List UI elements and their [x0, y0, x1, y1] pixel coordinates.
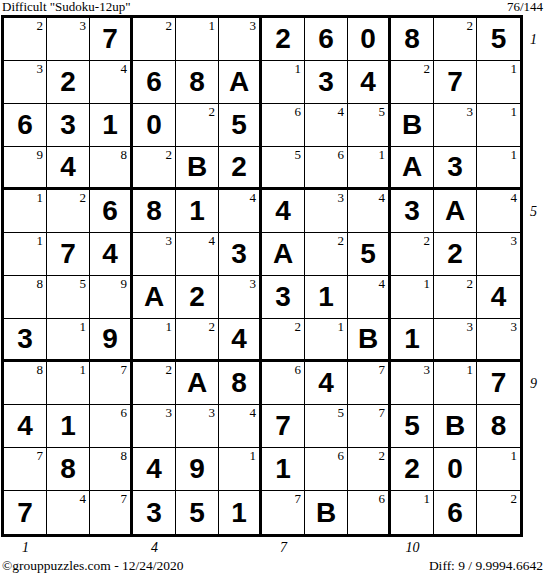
- given-digit: 4: [90, 233, 130, 275]
- given-digit: 3: [133, 491, 175, 534]
- pencil-mark: 3: [467, 105, 474, 118]
- cell-r7c2[interactable]: 5: [47, 276, 90, 319]
- given-digit: A: [219, 61, 259, 103]
- board-area: 23721326082532468A134271631025645B319482…: [1, 15, 544, 575]
- pencil-mark: 2: [379, 449, 386, 462]
- pencil-mark: 8: [121, 148, 128, 161]
- cell-r9c5[interactable]: A: [176, 362, 219, 405]
- cell-r10c7[interactable]: 7: [262, 405, 305, 448]
- given-digit: 4: [348, 61, 388, 103]
- cell-r7c5[interactable]: 2: [176, 276, 219, 319]
- cell-r6c10[interactable]: 2: [391, 233, 434, 276]
- cell-r6c8[interactable]: 2: [305, 233, 348, 276]
- cell-r6c1[interactable]: 1: [4, 233, 47, 276]
- given-digit: B: [176, 147, 218, 187]
- cell-r9c10[interactable]: 3: [391, 362, 434, 405]
- puzzle-page: { "game": "Sudoku-12up (12x12 sudoku usi…: [0, 0, 545, 578]
- pencil-mark: 3: [338, 191, 345, 204]
- given-digit: 6: [434, 491, 476, 534]
- title-bar: Difficult "Sudoku-12up" 76/144: [2, 0, 543, 14]
- cell-r8c8[interactable]: 1: [305, 319, 348, 362]
- pencil-mark: 1: [379, 148, 386, 161]
- cell-r5c4[interactable]: 8: [133, 190, 176, 233]
- sudoku-board: 23721326082532468A134271631025645B319482…: [1, 15, 523, 537]
- pencil-mark: 6: [338, 449, 345, 462]
- cell-r7c9[interactable]: 4: [348, 276, 391, 319]
- pencil-mark: 9: [37, 148, 44, 161]
- cell-r2c12[interactable]: 1: [477, 61, 520, 104]
- pencil-mark: 2: [424, 234, 431, 247]
- cell-r3c7[interactable]: 6: [262, 104, 305, 147]
- pencil-mark: 6: [379, 492, 386, 505]
- cell-r8c2[interactable]: 1: [47, 319, 90, 362]
- cell-r9c7[interactable]: 6: [262, 362, 305, 405]
- cell-r1c7[interactable]: 2: [262, 18, 305, 61]
- cell-r9c3[interactable]: 7: [90, 362, 133, 405]
- pencil-mark: 2: [209, 105, 216, 118]
- cell-r7c4[interactable]: A: [133, 276, 176, 319]
- cell-r12c6[interactable]: 1: [219, 491, 262, 534]
- cell-r11c1[interactable]: 7: [4, 448, 47, 491]
- given-digit: 6: [133, 61, 175, 103]
- pencil-mark: 1: [467, 363, 474, 376]
- pencil-mark: 2: [166, 363, 173, 376]
- given-digit: 6: [4, 104, 46, 146]
- given-digit: 2: [219, 147, 259, 187]
- cell-r6c12[interactable]: 3: [477, 233, 520, 276]
- cell-r5c7[interactable]: 4: [262, 190, 305, 233]
- cell-r7c11[interactable]: 2: [434, 276, 477, 319]
- cell-r5c2[interactable]: 2: [47, 190, 90, 233]
- cell-r8c3[interactable]: 9: [90, 319, 133, 362]
- cell-r6c4[interactable]: 3: [133, 233, 176, 276]
- cell-r11c2[interactable]: 8: [47, 448, 90, 491]
- cell-r5c6[interactable]: 4: [219, 190, 262, 233]
- given-digit: 8: [133, 190, 175, 232]
- cell-r6c6[interactable]: 3: [219, 233, 262, 276]
- row-label-5: 5: [530, 204, 545, 220]
- given-digit: 4: [305, 362, 347, 404]
- given-digit: 8: [391, 18, 433, 60]
- given-digit: 0: [133, 104, 175, 146]
- given-digit: 7: [90, 18, 130, 60]
- puzzle-title: Difficult "Sudoku-12up": [2, 0, 130, 14]
- given-digit: 3: [262, 276, 304, 318]
- pencil-mark: 4: [209, 234, 216, 247]
- pencil-mark: 2: [209, 320, 216, 333]
- pencil-mark: 1: [166, 320, 173, 333]
- given-digit: 1: [90, 104, 130, 146]
- cell-r4c10[interactable]: A: [391, 147, 434, 190]
- pencil-mark: 8: [121, 449, 128, 462]
- given-digit: A: [391, 147, 433, 187]
- given-digit: 4: [133, 448, 175, 490]
- cell-r7c6[interactable]: 3: [219, 276, 262, 319]
- cell-r12c2[interactable]: 4: [47, 491, 90, 534]
- pencil-mark: 3: [209, 406, 216, 419]
- cell-r12c3[interactable]: 7: [90, 491, 133, 534]
- cell-r2c5[interactable]: 8: [176, 61, 219, 104]
- cell-r5c12[interactable]: 4: [477, 190, 520, 233]
- cell-r8c6[interactable]: 4: [219, 319, 262, 362]
- cell-r4c9[interactable]: 1: [348, 147, 391, 190]
- cell-r3c1[interactable]: 6: [4, 104, 47, 147]
- cell-r5c5[interactable]: 1: [176, 190, 219, 233]
- cell-r4c8[interactable]: 6: [305, 147, 348, 190]
- cell-r3c4[interactable]: 0: [133, 104, 176, 147]
- cell-r12c9[interactable]: 6: [348, 491, 391, 534]
- cell-r11c6[interactable]: 1: [219, 448, 262, 491]
- given-digit: 1: [262, 448, 304, 490]
- given-digit: 9: [90, 319, 130, 359]
- given-digit: 2: [176, 276, 218, 318]
- pencil-mark: 7: [379, 363, 386, 376]
- pencil-mark: 5: [379, 105, 386, 118]
- cell-r5c9[interactable]: 4: [348, 190, 391, 233]
- cell-r6c3[interactable]: 4: [90, 233, 133, 276]
- given-digit: 1: [47, 405, 89, 447]
- cell-r7c8[interactable]: 1: [305, 276, 348, 319]
- cell-r7c12[interactable]: 4: [477, 276, 520, 319]
- given-digit: B: [391, 104, 433, 146]
- cell-r4c5[interactable]: B: [176, 147, 219, 190]
- given-digit: 5: [477, 18, 520, 60]
- cell-r2c11[interactable]: 7: [434, 61, 477, 104]
- cell-r1c1[interactable]: 2: [4, 18, 47, 61]
- pencil-mark: 1: [209, 19, 216, 32]
- pencil-mark: 1: [37, 191, 44, 204]
- pencil-mark: 7: [295, 492, 302, 505]
- cell-r2c3[interactable]: 4: [90, 61, 133, 104]
- pencil-mark: 6: [338, 148, 345, 161]
- pencil-mark: 1: [511, 105, 518, 118]
- cell-r1c2[interactable]: 3: [47, 18, 90, 61]
- pencil-mark: 6: [295, 363, 302, 376]
- pencil-mark: 7: [37, 449, 44, 462]
- pencil-mark: 3: [424, 363, 431, 376]
- cell-r1c8[interactable]: 6: [305, 18, 348, 61]
- given-digit: 3: [219, 233, 259, 275]
- cell-r6c11[interactable]: 2: [434, 233, 477, 276]
- pencil-mark: 8: [37, 363, 44, 376]
- cell-r2c2[interactable]: 2: [47, 61, 90, 104]
- cell-counter: 76/144: [507, 0, 543, 14]
- given-digit: 3: [47, 104, 89, 146]
- given-digit: 5: [348, 233, 388, 275]
- pencil-mark: 1: [511, 449, 518, 462]
- pencil-mark: 4: [379, 277, 386, 290]
- pencil-mark: 3: [80, 19, 87, 32]
- given-digit: 4: [4, 405, 46, 447]
- pencil-mark: 2: [80, 191, 87, 204]
- pencil-mark: 2: [424, 62, 431, 75]
- pencil-mark: 2: [511, 492, 518, 505]
- pencil-mark: 2: [166, 148, 173, 161]
- given-digit: 5: [176, 491, 218, 534]
- pencil-mark: 1: [511, 62, 518, 75]
- given-digit: 4: [47, 147, 89, 187]
- cell-r8c1[interactable]: 3: [4, 319, 47, 362]
- cell-r8c5[interactable]: 2: [176, 319, 219, 362]
- cell-r4c7[interactable]: 5: [262, 147, 305, 190]
- cell-r6c5[interactable]: 4: [176, 233, 219, 276]
- given-digit: A: [262, 233, 304, 275]
- given-digit: 7: [434, 61, 476, 103]
- pencil-mark: 6: [295, 105, 302, 118]
- pencil-mark: 5: [338, 406, 345, 419]
- cell-r4c12[interactable]: 1: [477, 147, 520, 190]
- given-digit: 7: [47, 233, 89, 275]
- cell-r1c5[interactable]: 1: [176, 18, 219, 61]
- pencil-mark: 2: [467, 19, 474, 32]
- given-digit: A: [133, 276, 175, 318]
- cell-r12c10[interactable]: 1: [391, 491, 434, 534]
- pencil-mark: 9: [121, 277, 128, 290]
- given-digit: 1: [305, 276, 347, 318]
- cell-r5c1[interactable]: 1: [4, 190, 47, 233]
- cell-r1c10[interactable]: 8: [391, 18, 434, 61]
- cell-r3c10[interactable]: B: [391, 104, 434, 147]
- given-digit: A: [434, 190, 476, 232]
- pencil-mark: 7: [121, 492, 128, 505]
- cell-r4c2[interactable]: 4: [47, 147, 90, 190]
- cell-r10c10[interactable]: 5: [391, 405, 434, 448]
- pencil-mark: 2: [166, 19, 173, 32]
- cell-r2c1[interactable]: 3: [4, 61, 47, 104]
- given-digit: 1: [391, 319, 433, 359]
- pencil-mark: 8: [37, 277, 44, 290]
- cell-r2c7[interactable]: 1: [262, 61, 305, 104]
- cell-r8c11[interactable]: 3: [434, 319, 477, 362]
- pencil-mark: 1: [80, 363, 87, 376]
- cell-r9c2[interactable]: 1: [47, 362, 90, 405]
- pencil-mark: 1: [250, 449, 257, 462]
- given-digit: 8: [219, 362, 259, 404]
- col-label-7: 7: [280, 540, 287, 556]
- given-digit: 5: [219, 104, 259, 146]
- cell-r12c8[interactable]: B: [305, 491, 348, 534]
- given-digit: 1: [219, 491, 259, 534]
- given-digit: 4: [477, 276, 520, 318]
- cell-r5c8[interactable]: 3: [305, 190, 348, 233]
- cell-r10c4[interactable]: 3: [133, 405, 176, 448]
- cell-r1c4[interactable]: 2: [133, 18, 176, 61]
- pencil-mark: 4: [80, 492, 87, 505]
- pencil-mark: 1: [295, 62, 302, 75]
- given-digit: 4: [219, 319, 259, 359]
- cell-r6c2[interactable]: 7: [47, 233, 90, 276]
- cell-r12c4[interactable]: 3: [133, 491, 176, 534]
- pencil-mark: 3: [511, 234, 518, 247]
- cell-r3c9[interactable]: 5: [348, 104, 391, 147]
- cell-r11c4[interactable]: 4: [133, 448, 176, 491]
- given-digit: 3: [391, 190, 433, 232]
- pencil-mark: 4: [250, 191, 257, 204]
- pencil-mark: 2: [295, 320, 302, 333]
- cell-r3c3[interactable]: 1: [90, 104, 133, 147]
- pencil-mark: 7: [121, 363, 128, 376]
- pencil-mark: 2: [467, 277, 474, 290]
- copyright-text: ©grouppuzzles.com - 12/24/2020: [2, 558, 184, 574]
- given-digit: 2: [434, 233, 476, 275]
- cell-r11c3[interactable]: 8: [90, 448, 133, 491]
- cell-r11c9[interactable]: 2: [348, 448, 391, 491]
- given-digit: B: [348, 319, 388, 359]
- cell-r9c12[interactable]: 7: [477, 362, 520, 405]
- cell-r5c10[interactable]: 3: [391, 190, 434, 233]
- col-label-10: 10: [406, 540, 420, 556]
- cell-r9c8[interactable]: 4: [305, 362, 348, 405]
- cell-r1c3[interactable]: 7: [90, 18, 133, 61]
- pencil-mark: 7: [379, 406, 386, 419]
- cell-r11c10[interactable]: 2: [391, 448, 434, 491]
- pencil-mark: 1: [424, 277, 431, 290]
- cell-r3c2[interactable]: 3: [47, 104, 90, 147]
- cell-r10c12[interactable]: 8: [477, 405, 520, 448]
- cell-r12c1[interactable]: 7: [4, 491, 47, 534]
- cell-r10c9[interactable]: 7: [348, 405, 391, 448]
- given-digit: 3: [4, 319, 46, 359]
- cell-r10c3[interactable]: 6: [90, 405, 133, 448]
- cell-r1c9[interactable]: 0: [348, 18, 391, 61]
- pencil-mark: 4: [511, 191, 518, 204]
- cell-r8c9[interactable]: B: [348, 319, 391, 362]
- given-digit: B: [305, 491, 347, 534]
- cell-r12c5[interactable]: 5: [176, 491, 219, 534]
- cell-r3c12[interactable]: 1: [477, 104, 520, 147]
- given-digit: 6: [305, 18, 347, 60]
- cell-r11c7[interactable]: 1: [262, 448, 305, 491]
- cell-r10c1[interactable]: 4: [4, 405, 47, 448]
- cell-r9c4[interactable]: 2: [133, 362, 176, 405]
- cell-r3c11[interactable]: 3: [434, 104, 477, 147]
- cell-r7c3[interactable]: 9: [90, 276, 133, 319]
- cell-r7c7[interactable]: 3: [262, 276, 305, 319]
- pencil-mark: 1: [338, 320, 345, 333]
- cell-r7c10[interactable]: 1: [391, 276, 434, 319]
- pencil-mark: 4: [121, 62, 128, 75]
- given-digit: 7: [477, 362, 520, 404]
- cell-r6c9[interactable]: 5: [348, 233, 391, 276]
- col-label-4: 4: [151, 540, 158, 556]
- cell-r9c1[interactable]: 8: [4, 362, 47, 405]
- given-digit: 8: [176, 61, 218, 103]
- given-digit: 5: [391, 405, 433, 447]
- cell-r5c3[interactable]: 6: [90, 190, 133, 233]
- cell-r2c8[interactable]: 3: [305, 61, 348, 104]
- cell-r9c6[interactable]: 8: [219, 362, 262, 405]
- cell-r10c2[interactable]: 1: [47, 405, 90, 448]
- cell-r3c8[interactable]: 4: [305, 104, 348, 147]
- given-digit: 3: [305, 61, 347, 103]
- pencil-mark: 3: [166, 234, 173, 247]
- given-digit: 0: [348, 18, 388, 60]
- pencil-mark: 1: [80, 320, 87, 333]
- cell-r8c12[interactable]: 3: [477, 319, 520, 362]
- pencil-mark: 4: [379, 191, 386, 204]
- pencil-mark: 3: [37, 62, 44, 75]
- cell-r9c11[interactable]: 1: [434, 362, 477, 405]
- cell-r3c6[interactable]: 5: [219, 104, 262, 147]
- pencil-mark: 4: [338, 105, 345, 118]
- cell-r8c7[interactable]: 2: [262, 319, 305, 362]
- pencil-mark: 2: [338, 234, 345, 247]
- cell-r1c6[interactable]: 3: [219, 18, 262, 61]
- pencil-mark: 3: [467, 320, 474, 333]
- cell-r6c7[interactable]: A: [262, 233, 305, 276]
- pencil-mark: 3: [250, 277, 257, 290]
- cell-r2c4[interactable]: 6: [133, 61, 176, 104]
- pencil-mark: 2: [37, 19, 44, 32]
- cell-r12c12[interactable]: 2: [477, 491, 520, 534]
- cell-r4c1[interactable]: 9: [4, 147, 47, 190]
- row-label-1: 1: [530, 32, 545, 48]
- cell-r10c6[interactable]: 4: [219, 405, 262, 448]
- pencil-mark: 1: [511, 148, 518, 161]
- pencil-mark: 6: [121, 406, 128, 419]
- given-digit: 8: [477, 405, 520, 447]
- given-digit: 0: [434, 448, 476, 490]
- given-digit: 9: [176, 448, 218, 490]
- cell-r11c12[interactable]: 1: [477, 448, 520, 491]
- cell-r12c11[interactable]: 6: [434, 491, 477, 534]
- given-digit: 1: [176, 190, 218, 232]
- pencil-mark: 3: [250, 19, 257, 32]
- given-digit: 4: [262, 190, 304, 232]
- given-digit: 6: [90, 190, 130, 232]
- cell-r10c8[interactable]: 5: [305, 405, 348, 448]
- given-digit: 7: [4, 491, 46, 534]
- cell-r11c11[interactable]: 0: [434, 448, 477, 491]
- cell-r9c9[interactable]: 7: [348, 362, 391, 405]
- given-digit: A: [176, 362, 218, 404]
- cell-r12c7[interactable]: 7: [262, 491, 305, 534]
- pencil-mark: 4: [250, 406, 257, 419]
- given-digit: 2: [262, 18, 304, 60]
- cell-r1c11[interactable]: 2: [434, 18, 477, 61]
- cell-r1c12[interactable]: 5: [477, 18, 520, 61]
- cell-r8c4[interactable]: 1: [133, 319, 176, 362]
- given-digit: 7: [262, 405, 304, 447]
- given-digit: 3: [434, 147, 476, 187]
- cell-r8c10[interactable]: 1: [391, 319, 434, 362]
- cell-r4c4[interactable]: 2: [133, 147, 176, 190]
- pencil-mark: 5: [80, 277, 87, 290]
- cell-r10c5[interactable]: 3: [176, 405, 219, 448]
- cell-r4c11[interactable]: 3: [434, 147, 477, 190]
- difficulty-text: Diff: 9 / 9.9994.6642: [429, 558, 543, 574]
- cell-r2c10[interactable]: 2: [391, 61, 434, 104]
- cell-r4c3[interactable]: 8: [90, 147, 133, 190]
- pencil-mark: 1: [37, 234, 44, 247]
- cell-r4c6[interactable]: 2: [219, 147, 262, 190]
- cell-r7c1[interactable]: 8: [4, 276, 47, 319]
- cell-r3c5[interactable]: 2: [176, 104, 219, 147]
- pencil-mark: 1: [424, 492, 431, 505]
- footer: ©grouppuzzles.com - 12/24/2020 Diff: 9 /…: [2, 558, 543, 574]
- cell-r10c11[interactable]: B: [434, 405, 477, 448]
- row-label-9: 9: [530, 376, 545, 392]
- cell-r2c9[interactable]: 4: [348, 61, 391, 104]
- cell-r11c8[interactable]: 6: [305, 448, 348, 491]
- cell-r11c5[interactable]: 9: [176, 448, 219, 491]
- pencil-mark: 3: [511, 320, 518, 333]
- cell-r5c11[interactable]: A: [434, 190, 477, 233]
- pencil-mark: 3: [166, 406, 173, 419]
- pencil-mark: 5: [295, 148, 302, 161]
- cell-r2c6[interactable]: A: [219, 61, 262, 104]
- given-digit: B: [434, 405, 476, 447]
